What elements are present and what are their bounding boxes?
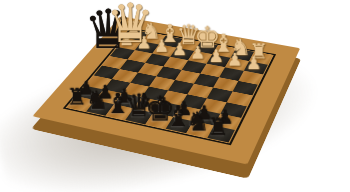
piece-white-pawn-g2: ♟ (225, 51, 245, 69)
piece-white-pawn-h2: ♟ (244, 54, 264, 72)
piece-white-pawn-e2: ♟ (188, 44, 207, 61)
piece-black-knight-g8: ♞ (186, 108, 208, 135)
piece-white-pawn-d2: ♟ (170, 41, 189, 58)
piece-black-king-e8: ♚ (145, 92, 167, 126)
piece-black-bishop-f8: ♝ (165, 102, 187, 131)
piece-black-rook-a8: ♜ (66, 86, 87, 109)
square-g3 (219, 67, 244, 81)
piece-black-bishop-c8: ♝ (105, 89, 126, 117)
piece-white-pawn-f2: ♟ (206, 48, 225, 65)
chess-set-photo: ♜♞♝♛♚♝♞♜♟♟♟♟♟♟♟♟♟♟♟♟♟♟♟♟♜♞♝♛♚♝♞♜ ♛ ♛ (0, 0, 350, 192)
piece-black-rook-h8: ♜ (207, 115, 229, 140)
extra-white-queen-piece: ♛ (106, 0, 154, 51)
piece-white-pawn-c2: ♟ (152, 38, 171, 55)
square-f3 (200, 64, 225, 77)
piece-black-queen-d8: ♛ (125, 90, 147, 121)
piece-black-knight-b8: ♞ (86, 88, 107, 114)
